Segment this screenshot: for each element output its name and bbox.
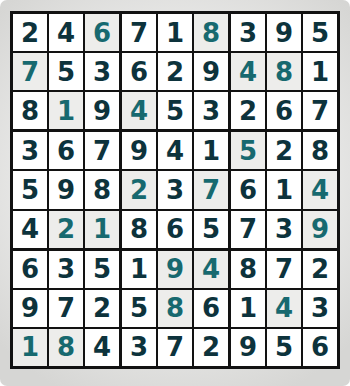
- sudoku-box-8: 194586372: [122, 251, 228, 366]
- sudoku-cell-r2c6[interactable]: 9: [194, 53, 228, 90]
- sudoku-cell-r1c2[interactable]: 4: [49, 14, 83, 51]
- sudoku-cell-r2c4[interactable]: 6: [122, 53, 156, 90]
- sudoku-cell-r5c5[interactable]: 3: [158, 171, 192, 208]
- sudoku-box-3: 395481267: [231, 14, 337, 129]
- sudoku-cell-r9c9[interactable]: 6: [303, 329, 337, 366]
- sudoku-cell-r1c9[interactable]: 5: [303, 14, 337, 51]
- sudoku-cell-r1c8[interactable]: 9: [267, 14, 301, 51]
- sudoku-cell-r6c1[interactable]: 4: [13, 211, 47, 248]
- sudoku-box-7: 635972184: [13, 251, 119, 366]
- sudoku-cell-r2c3[interactable]: 3: [85, 53, 119, 90]
- sudoku-cell-r9c4[interactable]: 3: [122, 329, 156, 366]
- sudoku-cell-r3c1[interactable]: 8: [13, 92, 47, 129]
- sudoku-cell-r2c7[interactable]: 4: [231, 53, 265, 90]
- sudoku-cell-r5c6[interactable]: 7: [194, 171, 228, 208]
- sudoku-cell-r4c2[interactable]: 6: [49, 132, 83, 169]
- sudoku-cell-r1c4[interactable]: 7: [122, 14, 156, 51]
- sudoku-cell-r9c6[interactable]: 2: [194, 329, 228, 366]
- sudoku-cell-r4c7[interactable]: 5: [231, 132, 265, 169]
- sudoku-cell-r7c3[interactable]: 5: [85, 251, 119, 288]
- sudoku-cell-r5c1[interactable]: 5: [13, 171, 47, 208]
- sudoku-cell-r8c2[interactable]: 7: [49, 290, 83, 327]
- sudoku-cell-r7c9[interactable]: 2: [303, 251, 337, 288]
- sudoku-cell-r4c3[interactable]: 7: [85, 132, 119, 169]
- sudoku-cell-r3c9[interactable]: 7: [303, 92, 337, 129]
- sudoku-cell-r7c4[interactable]: 1: [122, 251, 156, 288]
- sudoku-cell-r4c8[interactable]: 2: [267, 132, 301, 169]
- sudoku-cell-r9c8[interactable]: 5: [267, 329, 301, 366]
- sudoku-cell-r7c6[interactable]: 4: [194, 251, 228, 288]
- sudoku-cell-r6c5[interactable]: 6: [158, 211, 192, 248]
- sudoku-cell-r8c7[interactable]: 1: [231, 290, 265, 327]
- sudoku-cell-r6c2[interactable]: 2: [49, 211, 83, 248]
- sudoku-box-2: 718629453: [122, 14, 228, 129]
- sudoku-cell-r8c9[interactable]: 3: [303, 290, 337, 327]
- sudoku-cell-r3c2[interactable]: 1: [49, 92, 83, 129]
- sudoku-cell-r4c5[interactable]: 4: [158, 132, 192, 169]
- sudoku-box-1: 246753819: [13, 14, 119, 129]
- sudoku-cell-r3c8[interactable]: 6: [267, 92, 301, 129]
- sudoku-box-6: 528614739: [231, 132, 337, 247]
- sudoku-cell-r6c4[interactable]: 8: [122, 211, 156, 248]
- sudoku-cell-r8c5[interactable]: 8: [158, 290, 192, 327]
- sudoku-cell-r4c1[interactable]: 3: [13, 132, 47, 169]
- sudoku-box-5: 941237865: [122, 132, 228, 247]
- sudoku-cell-r3c4[interactable]: 4: [122, 92, 156, 129]
- sudoku-widget: 2467538197186294533954812673675984219412…: [0, 0, 350, 386]
- sudoku-cell-r7c8[interactable]: 7: [267, 251, 301, 288]
- sudoku-cell-r8c4[interactable]: 5: [122, 290, 156, 327]
- sudoku-cell-r5c8[interactable]: 1: [267, 171, 301, 208]
- sudoku-box-4: 367598421: [13, 132, 119, 247]
- sudoku-cell-r4c9[interactable]: 8: [303, 132, 337, 169]
- sudoku-cell-r5c3[interactable]: 8: [85, 171, 119, 208]
- sudoku-cell-r8c8[interactable]: 4: [267, 290, 301, 327]
- sudoku-cell-r6c6[interactable]: 5: [194, 211, 228, 248]
- sudoku-cell-r6c8[interactable]: 3: [267, 211, 301, 248]
- sudoku-cell-r3c7[interactable]: 2: [231, 92, 265, 129]
- sudoku-cell-r7c1[interactable]: 6: [13, 251, 47, 288]
- sudoku-cell-r3c6[interactable]: 3: [194, 92, 228, 129]
- sudoku-cell-r2c1[interactable]: 7: [13, 53, 47, 90]
- sudoku-cell-r6c7[interactable]: 7: [231, 211, 265, 248]
- sudoku-cell-r6c9[interactable]: 9: [303, 211, 337, 248]
- sudoku-cell-r6c3[interactable]: 1: [85, 211, 119, 248]
- sudoku-cell-r4c4[interactable]: 9: [122, 132, 156, 169]
- sudoku-cell-r9c5[interactable]: 7: [158, 329, 192, 366]
- sudoku-cell-r5c4[interactable]: 2: [122, 171, 156, 208]
- sudoku-cell-r3c5[interactable]: 5: [158, 92, 192, 129]
- sudoku-cell-r9c2[interactable]: 8: [49, 329, 83, 366]
- sudoku-board: 2467538197186294533954812673675984219412…: [10, 11, 340, 369]
- sudoku-cell-r5c9[interactable]: 4: [303, 171, 337, 208]
- sudoku-cell-r8c1[interactable]: 9: [13, 290, 47, 327]
- sudoku-cell-r8c6[interactable]: 6: [194, 290, 228, 327]
- sudoku-cell-r7c7[interactable]: 8: [231, 251, 265, 288]
- sudoku-cell-r8c3[interactable]: 2: [85, 290, 119, 327]
- sudoku-cell-r9c1[interactable]: 1: [13, 329, 47, 366]
- sudoku-cell-r2c9[interactable]: 1: [303, 53, 337, 90]
- sudoku-cell-r1c6[interactable]: 8: [194, 14, 228, 51]
- sudoku-cell-r9c3[interactable]: 4: [85, 329, 119, 366]
- sudoku-cell-r2c5[interactable]: 2: [158, 53, 192, 90]
- sudoku-cell-r1c7[interactable]: 3: [231, 14, 265, 51]
- sudoku-cell-r9c7[interactable]: 9: [231, 329, 265, 366]
- sudoku-cell-r5c7[interactable]: 6: [231, 171, 265, 208]
- sudoku-cell-r7c5[interactable]: 9: [158, 251, 192, 288]
- sudoku-box-9: 872143956: [231, 251, 337, 366]
- sudoku-cell-r4c6[interactable]: 1: [194, 132, 228, 169]
- sudoku-cell-r1c1[interactable]: 2: [13, 14, 47, 51]
- sudoku-cell-r3c3[interactable]: 9: [85, 92, 119, 129]
- sudoku-cell-r1c3[interactable]: 6: [85, 14, 119, 51]
- sudoku-cell-r2c8[interactable]: 8: [267, 53, 301, 90]
- sudoku-cell-r2c2[interactable]: 5: [49, 53, 83, 90]
- sudoku-cell-r7c2[interactable]: 3: [49, 251, 83, 288]
- sudoku-cell-r1c5[interactable]: 1: [158, 14, 192, 51]
- sudoku-cell-r5c2[interactable]: 9: [49, 171, 83, 208]
